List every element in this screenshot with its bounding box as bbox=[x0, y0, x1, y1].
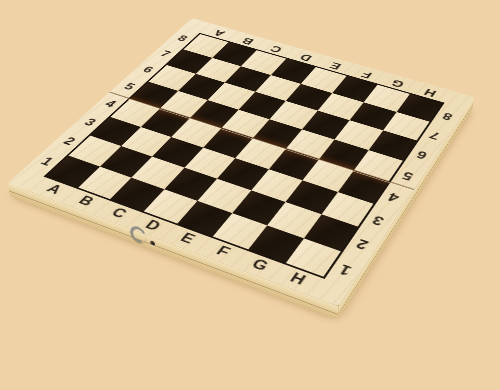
square-e2[interactable] bbox=[198, 179, 251, 213]
square-a2[interactable] bbox=[69, 136, 121, 167]
board-top: ABCDEFGH8877665544332211ABCDEFGH bbox=[8, 18, 474, 306]
coord-label-left-1: 1 bbox=[25, 148, 69, 176]
square-b2[interactable] bbox=[100, 146, 152, 177]
square-c3[interactable] bbox=[152, 137, 203, 168]
square-d3[interactable] bbox=[184, 147, 235, 179]
square-f3[interactable] bbox=[251, 169, 303, 202]
square-g5[interactable] bbox=[319, 139, 368, 170]
square-h2[interactable] bbox=[304, 214, 358, 251]
square-h3[interactable] bbox=[321, 192, 373, 227]
square-e4[interactable] bbox=[235, 138, 285, 169]
square-g2[interactable] bbox=[267, 202, 321, 238]
board-grid: ABCDEFGH8877665544332211ABCDEFGH bbox=[8, 18, 474, 306]
square-d2[interactable] bbox=[164, 167, 217, 200]
square-f1[interactable] bbox=[212, 213, 267, 250]
square-g1[interactable] bbox=[248, 225, 303, 263]
clasp-pin-icon bbox=[150, 240, 155, 246]
square-f4[interactable] bbox=[269, 148, 319, 180]
chessboard: ABCDEFGH8877665544332211ABCDEFGH bbox=[8, 18, 474, 306]
square-e1[interactable] bbox=[177, 201, 232, 237]
square-g3[interactable] bbox=[286, 180, 338, 214]
square-e3[interactable] bbox=[217, 158, 269, 190]
square-h1[interactable] bbox=[285, 238, 341, 277]
square-b1[interactable] bbox=[78, 166, 132, 199]
square-f2[interactable] bbox=[232, 190, 285, 225]
square-h4[interactable] bbox=[338, 170, 389, 203]
square-c2[interactable] bbox=[132, 157, 184, 189]
square-c1[interactable] bbox=[110, 177, 164, 211]
square-h5[interactable] bbox=[353, 150, 403, 182]
square-g4[interactable] bbox=[303, 159, 354, 191]
square-d1[interactable] bbox=[143, 189, 197, 224]
square-a1[interactable] bbox=[46, 155, 99, 187]
